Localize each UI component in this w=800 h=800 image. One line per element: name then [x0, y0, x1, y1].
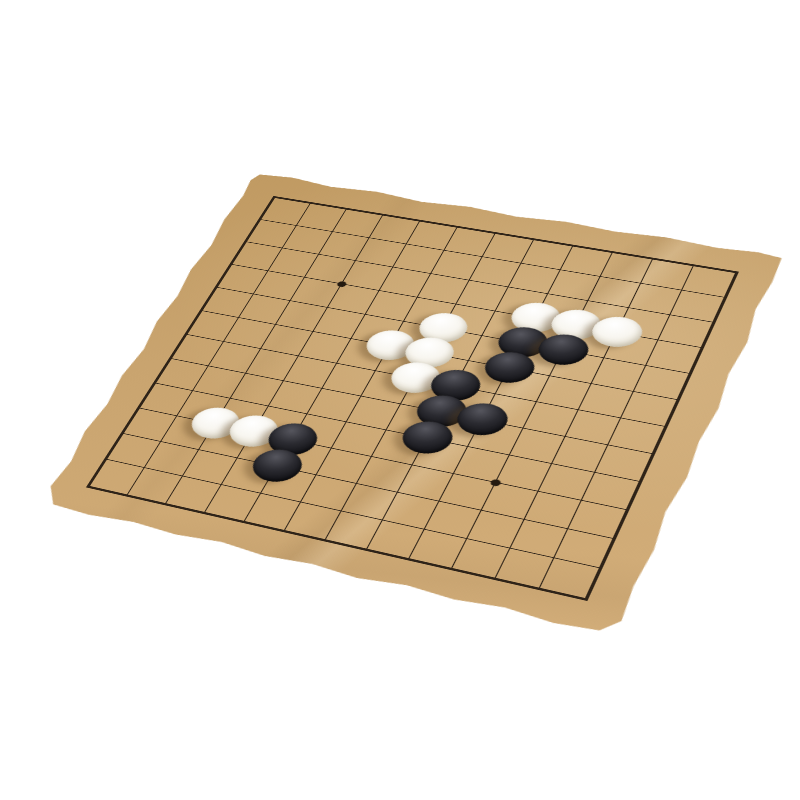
- product-photo-canvas: [0, 0, 800, 800]
- go-board-grid[interactable]: [86, 196, 739, 601]
- go-board-cloth: [35, 171, 788, 639]
